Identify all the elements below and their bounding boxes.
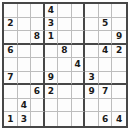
sudoku-cell-r5c5[interactable] <box>58 58 72 72</box>
sudoku-cell-r1c8[interactable] <box>99 4 113 18</box>
sudoku-cell-r8c9[interactable] <box>112 99 126 113</box>
sudoku-cell-r8c4[interactable] <box>45 99 59 113</box>
sudoku-cell-r6c9[interactable] <box>112 72 126 86</box>
sudoku-cell-r6c1[interactable]: 7 <box>4 72 18 86</box>
sudoku-board: 423581968424793629741364 <box>2 2 128 128</box>
sudoku-cell-r1c9[interactable] <box>112 4 126 18</box>
sudoku-cell-r5c9[interactable] <box>112 58 126 72</box>
sudoku-cell-r3c3[interactable]: 8 <box>31 31 45 45</box>
sudoku-cell-r8c6[interactable] <box>72 99 86 113</box>
sudoku-cell-r9c6[interactable] <box>72 112 86 126</box>
sudoku-cell-r7c5[interactable] <box>58 85 72 99</box>
sudoku-cell-r9c1[interactable]: 1 <box>4 112 18 126</box>
sudoku-cell-r9c4[interactable] <box>45 112 59 126</box>
sudoku-cell-r2c3[interactable] <box>31 18 45 32</box>
sudoku-cell-r4c1[interactable]: 6 <box>4 45 18 59</box>
sudoku-cell-r1c2[interactable] <box>18 4 32 18</box>
sudoku-cell-r7c7[interactable]: 9 <box>85 85 99 99</box>
sudoku-cell-r5c3[interactable] <box>31 58 45 72</box>
sudoku-cell-r2c9[interactable] <box>112 18 126 32</box>
sudoku-cell-r6c6[interactable] <box>72 72 86 86</box>
sudoku-cell-r2c8[interactable]: 5 <box>99 18 113 32</box>
sudoku-cell-r9c8[interactable]: 6 <box>99 112 113 126</box>
sudoku-cell-r3c9[interactable]: 9 <box>112 31 126 45</box>
sudoku-cell-r5c1[interactable] <box>4 58 18 72</box>
sudoku-cell-r5c6[interactable]: 4 <box>72 58 86 72</box>
sudoku-cell-r3c1[interactable] <box>4 31 18 45</box>
sudoku-cell-r9c9[interactable]: 4 <box>112 112 126 126</box>
sudoku-cell-r4c3[interactable] <box>31 45 45 59</box>
sudoku-cell-r4c8[interactable]: 4 <box>99 45 113 59</box>
sudoku-cell-r6c8[interactable] <box>99 72 113 86</box>
sudoku-cell-r2c2[interactable] <box>18 18 32 32</box>
sudoku-cell-r1c4[interactable]: 4 <box>45 4 59 18</box>
sudoku-cell-r8c2[interactable]: 4 <box>18 99 32 113</box>
sudoku-cell-r2c4[interactable]: 3 <box>45 18 59 32</box>
sudoku-cell-r1c5[interactable] <box>58 4 72 18</box>
sudoku-cell-r7c3[interactable]: 6 <box>31 85 45 99</box>
sudoku-cell-r3c2[interactable] <box>18 31 32 45</box>
sudoku-cell-r7c9[interactable] <box>112 85 126 99</box>
sudoku-cell-r8c1[interactable] <box>4 99 18 113</box>
sudoku-cell-r1c1[interactable] <box>4 4 18 18</box>
sudoku-cell-r9c7[interactable] <box>85 112 99 126</box>
sudoku-cell-r4c9[interactable]: 2 <box>112 45 126 59</box>
sudoku-cell-r4c5[interactable]: 8 <box>58 45 72 59</box>
sudoku-cell-r1c6[interactable] <box>72 4 86 18</box>
sudoku-cell-r1c7[interactable] <box>85 4 99 18</box>
sudoku-cell-r6c5[interactable] <box>58 72 72 86</box>
sudoku-cell-r2c1[interactable]: 2 <box>4 18 18 32</box>
sudoku-cell-r2c7[interactable] <box>85 18 99 32</box>
sudoku-cell-r4c2[interactable] <box>18 45 32 59</box>
sudoku-cell-r3c7[interactable] <box>85 31 99 45</box>
sudoku-cell-r5c2[interactable] <box>18 58 32 72</box>
sudoku-cell-r9c5[interactable] <box>58 112 72 126</box>
sudoku-cell-r6c4[interactable]: 9 <box>45 72 59 86</box>
sudoku-cell-r7c4[interactable]: 2 <box>45 85 59 99</box>
sudoku-cell-r8c3[interactable] <box>31 99 45 113</box>
sudoku-cell-r2c6[interactable] <box>72 18 86 32</box>
sudoku-cell-r3c4[interactable]: 1 <box>45 31 59 45</box>
sudoku-cell-r8c8[interactable] <box>99 99 113 113</box>
sudoku-cell-r1c3[interactable] <box>31 4 45 18</box>
sudoku-cell-r7c1[interactable] <box>4 85 18 99</box>
sudoku-cell-r3c5[interactable] <box>58 31 72 45</box>
sudoku-cell-r2c5[interactable] <box>58 18 72 32</box>
sudoku-cell-r5c7[interactable] <box>85 58 99 72</box>
sudoku-cell-r9c2[interactable]: 3 <box>18 112 32 126</box>
sudoku-cell-r7c6[interactable] <box>72 85 86 99</box>
sudoku-cell-r3c6[interactable] <box>72 31 86 45</box>
sudoku-cell-r7c2[interactable] <box>18 85 32 99</box>
sudoku-cell-r7c8[interactable]: 7 <box>99 85 113 99</box>
sudoku-cell-r8c7[interactable] <box>85 99 99 113</box>
sudoku-cell-r6c2[interactable] <box>18 72 32 86</box>
sudoku-cell-r8c5[interactable] <box>58 99 72 113</box>
sudoku-cell-r6c3[interactable] <box>31 72 45 86</box>
sudoku-cell-r6c7[interactable]: 3 <box>85 72 99 86</box>
sudoku-cell-r4c4[interactable] <box>45 45 59 59</box>
sudoku-cell-r4c7[interactable] <box>85 45 99 59</box>
sudoku-cell-r4c6[interactable] <box>72 45 86 59</box>
sudoku-app: 423581968424793629741364 <box>0 0 130 130</box>
sudoku-cell-r3c8[interactable] <box>99 31 113 45</box>
sudoku-cell-r5c8[interactable] <box>99 58 113 72</box>
sudoku-cell-r9c3[interactable] <box>31 112 45 126</box>
sudoku-cell-r5c4[interactable] <box>45 58 59 72</box>
